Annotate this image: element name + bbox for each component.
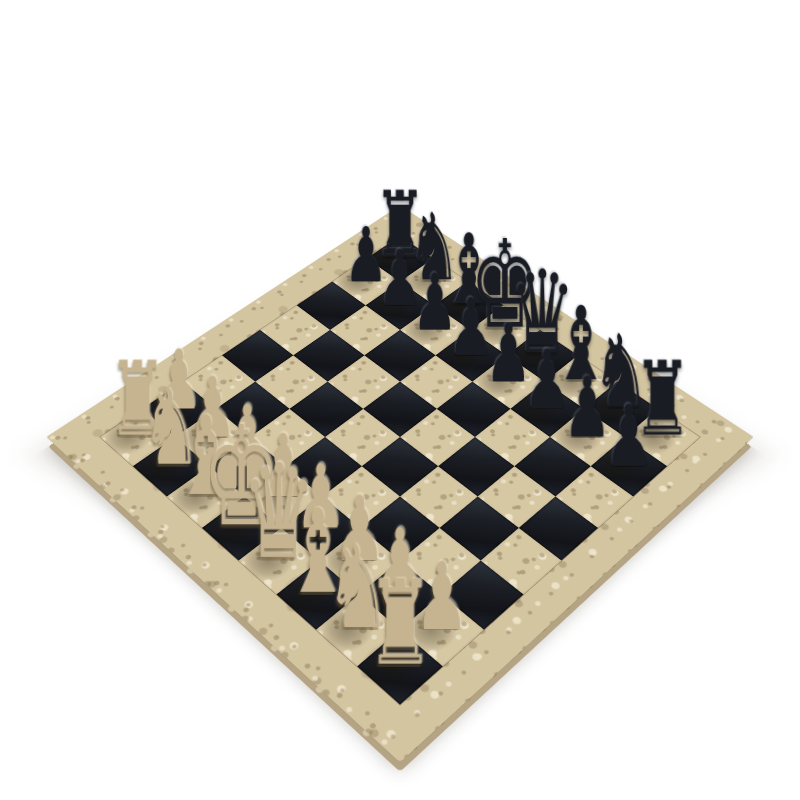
pawn-glyph: ♟	[604, 401, 653, 471]
piece-black-pawn-a7[interactable]: ♟	[598, 313, 659, 466]
chess-board: ♜♞♟♝♟♚♟♛♟♝♟♞♟♟♜♟♟♜♟♟♞♟♝♟♚♟♛♟♝♟♞♜	[46, 205, 753, 762]
rook-glyph: ♜	[366, 576, 434, 672]
piece-white-rook-a1[interactable]: ♜	[366, 495, 435, 666]
product-photo-scene: ♜♞♟♝♟♚♟♛♟♝♟♞♟♟♜♟♟♜♟♟♞♟♝♟♚♟♛♟♝♟♞♜	[0, 0, 800, 800]
